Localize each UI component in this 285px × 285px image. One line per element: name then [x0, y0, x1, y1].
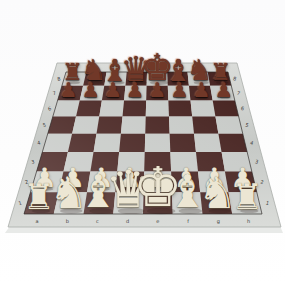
file-label-g: g: [217, 218, 220, 225]
piece-shadow: [124, 188, 138, 191]
piece-shadow: [237, 188, 251, 191]
file-label-d: d: [126, 218, 129, 224]
piece-shadow: [60, 208, 83, 213]
file-label-h: h: [247, 218, 250, 224]
piece-shadow: [109, 96, 119, 98]
file-label-b: b: [66, 218, 69, 224]
piece-shadow: [209, 188, 223, 191]
piece-shadow: [240, 209, 258, 213]
file-label-c: c: [96, 218, 99, 224]
piece-shadow: [32, 209, 50, 213]
piece-shadow: [65, 96, 75, 98]
chess-set-photo: abcdefgh8877665544332211 ♜♞♝♛♚♝♞♜♟♟♟♟♟♟♟…: [0, 0, 285, 285]
piece-shadow: [175, 96, 185, 98]
piece-shadow: [129, 81, 147, 85]
piece-shadow: [194, 81, 209, 84]
piece-shadow: [150, 81, 169, 85]
piece-shadow: [220, 96, 230, 98]
piece-shadow: [209, 208, 232, 213]
file-label-e: e: [156, 218, 159, 224]
piece-shadow: [39, 188, 53, 191]
file-label-f: f: [187, 218, 189, 224]
piece-shadow: [179, 208, 203, 213]
piece-shadow: [131, 96, 141, 98]
chess-board: abcdefgh8877665544332211: [0, 0, 285, 285]
piece-shadow: [152, 188, 166, 191]
piece-shadow: [88, 81, 103, 84]
piece-shadow: [109, 81, 125, 85]
piece-shadow: [89, 208, 113, 213]
piece-shadow: [198, 96, 208, 98]
piece-shadow: [68, 188, 82, 191]
file-label-a: a: [35, 218, 38, 224]
piece-shadow: [153, 96, 163, 98]
piece-shadow: [68, 81, 80, 84]
piece-shadow: [147, 208, 175, 215]
piece-shadow: [181, 188, 195, 191]
piece-shadow: [118, 208, 145, 214]
piece-shadow: [172, 81, 188, 85]
piece-shadow: [216, 81, 228, 84]
piece-shadow: [96, 188, 110, 191]
piece-shadow: [87, 96, 97, 98]
